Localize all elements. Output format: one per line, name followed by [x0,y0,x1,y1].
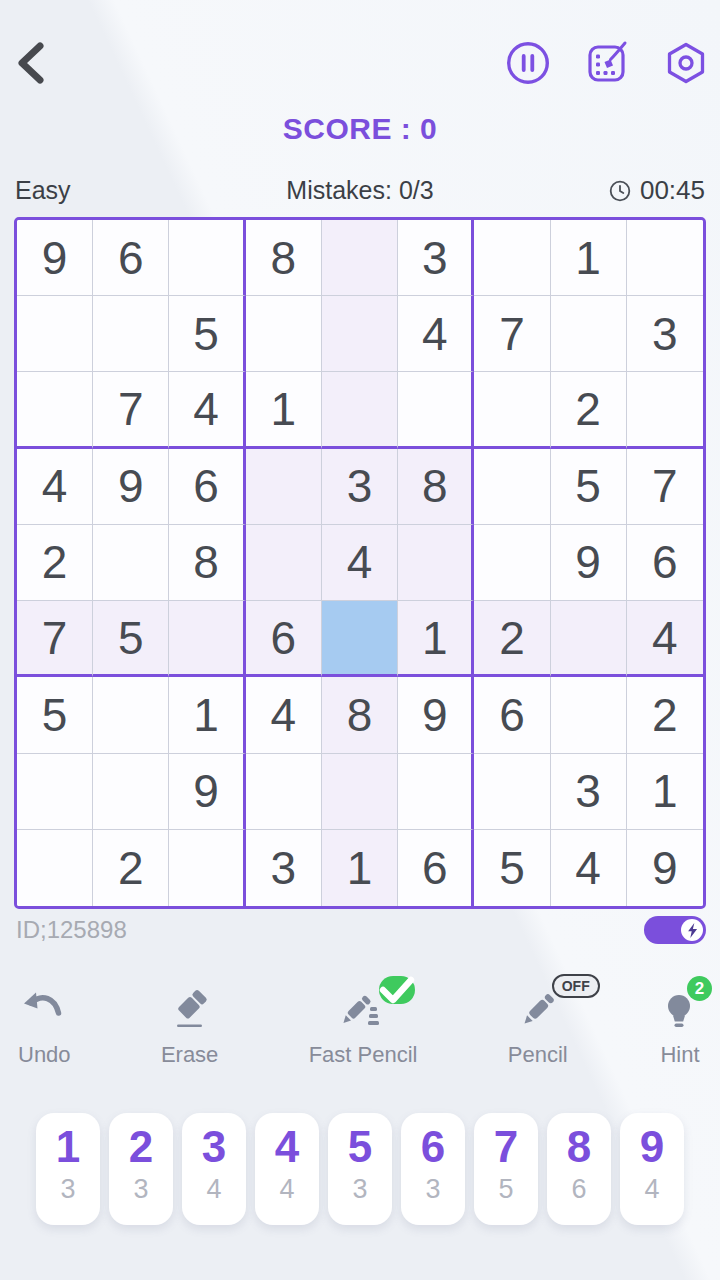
settings-button[interactable] [663,40,709,86]
clock-icon [608,179,632,203]
key-count: 4 [279,1176,294,1203]
cell-r2c4[interactable] [246,296,322,372]
cell-r3c1[interactable] [17,372,93,448]
pause-icon [505,40,551,86]
toolbar: Undo Erase [0,988,720,1068]
cell-r6c4[interactable]: 6 [246,601,322,677]
cell-r4c7[interactable] [474,449,550,525]
hint-label: Hint [660,1042,699,1068]
undo-icon [22,988,66,1032]
cell-r3c9[interactable] [627,372,703,448]
cell-r3c5[interactable] [322,372,398,448]
cell-r8c6[interactable] [398,754,474,830]
cell-r4c4[interactable] [246,449,322,525]
hint-button[interactable]: 2 Hint [658,988,702,1068]
key-digit: 7 [494,1123,518,1171]
key-digit: 6 [421,1123,445,1171]
key-count: 3 [133,1176,148,1203]
undo-label: Undo [18,1042,71,1068]
cell-r4c2[interactable]: 9 [93,449,169,525]
key-count: 6 [571,1176,586,1203]
back-button[interactable] [14,42,48,84]
cell-r9c7[interactable]: 5 [474,830,550,906]
cell-r5c4[interactable] [246,525,322,601]
cell-r7c5[interactable]: 8 [322,677,398,753]
key-digit: 5 [348,1123,372,1171]
cell-r8c2[interactable] [93,754,169,830]
cell-r2c9[interactable]: 3 [627,296,703,372]
theme-brush-icon [584,40,630,86]
cell-r3c6[interactable] [398,372,474,448]
cell-r1c9[interactable] [627,220,703,296]
key-digit: 3 [202,1123,226,1171]
cell-r2c1[interactable] [17,296,93,372]
cell-r3c7[interactable] [474,372,550,448]
cell-r5c3[interactable]: 8 [169,525,245,601]
cell-r6c7[interactable]: 2 [474,601,550,677]
hint-bulb-icon: 2 [658,988,702,1032]
cell-r9c6[interactable]: 6 [398,830,474,906]
numpad-key-5[interactable]: 5 3 [328,1113,392,1225]
sudoku-app-screen: SCORE : 0 Easy Mistakes: 0/3 00:45 96831… [0,0,720,1280]
mistakes-label: Mistakes: 0/3 [195,176,525,205]
cell-r8c5[interactable] [322,754,398,830]
cell-r6c5[interactable] [322,601,398,677]
cell-r6c2[interactable]: 5 [93,601,169,677]
cell-r2c2[interactable] [93,296,169,372]
cell-r5c5[interactable]: 4 [322,525,398,601]
difficulty-label: Easy [15,176,195,205]
key-count: 5 [498,1176,513,1203]
hint-count-badge: 2 [687,976,712,1001]
numpad-key-3[interactable]: 3 4 [182,1113,246,1225]
fast-pencil-button[interactable]: Fast Pencil [309,988,418,1068]
undo-button[interactable]: Undo [18,988,71,1068]
fast-pencil-on-badge [379,976,415,1004]
numpad-key-8[interactable]: 8 6 [547,1113,611,1225]
cell-r3c4[interactable]: 1 [246,372,322,448]
cell-r9c1[interactable] [17,830,93,906]
key-count: 3 [425,1176,440,1203]
cell-r3c3[interactable]: 4 [169,372,245,448]
cell-r5c9[interactable]: 6 [627,525,703,601]
numpad-key-1[interactable]: 1 3 [36,1113,100,1225]
fast-pencil-icon [341,988,385,1032]
lightning-bolt-icon [686,923,699,938]
cell-r6c1[interactable]: 7 [17,601,93,677]
cell-r7c8[interactable] [551,677,627,753]
cell-r1c7[interactable] [474,220,550,296]
key-count: 4 [644,1176,659,1203]
cell-r9c5[interactable]: 1 [322,830,398,906]
numpad-key-6[interactable]: 6 3 [401,1113,465,1225]
cell-r8c3[interactable]: 9 [169,754,245,830]
cell-r4c1[interactable]: 4 [17,449,93,525]
fast-pencil-label: Fast Pencil [309,1042,418,1068]
cell-r1c4[interactable]: 8 [246,220,322,296]
cell-r9c2[interactable]: 2 [93,830,169,906]
timer-value: 00:45 [640,175,705,206]
cell-r6c8[interactable] [551,601,627,677]
pause-button[interactable] [505,40,551,86]
cell-r8c7[interactable] [474,754,550,830]
cell-r8c4[interactable] [246,754,322,830]
meta-row: ID;125898 [16,916,706,944]
key-digit: 9 [640,1123,664,1171]
cell-r9c9[interactable]: 9 [627,830,703,906]
theme-button[interactable] [584,40,630,86]
fast-mode-toggle[interactable] [644,916,706,944]
cell-r6c6[interactable]: 1 [398,601,474,677]
erase-button[interactable]: Erase [161,988,218,1068]
cell-r5c7[interactable] [474,525,550,601]
eraser-icon [168,988,212,1032]
pencil-label: Pencil [508,1042,568,1068]
key-count: 4 [206,1176,221,1203]
key-count: 3 [352,1176,367,1203]
check-icon [379,968,415,1012]
cell-r9c3[interactable] [169,830,245,906]
cell-r9c8[interactable]: 4 [551,830,627,906]
pencil-button[interactable]: OFF Pencil [508,988,568,1068]
cell-r2c6[interactable]: 4 [398,296,474,372]
cell-r4c3[interactable]: 6 [169,449,245,525]
cell-r2c3[interactable]: 5 [169,296,245,372]
cell-r1c1[interactable]: 9 [17,220,93,296]
cell-r6c9[interactable]: 4 [627,601,703,677]
cell-r4c6[interactable]: 8 [398,449,474,525]
pencil-icon: OFF [516,988,560,1032]
key-digit: 1 [56,1123,80,1171]
cell-r2c8[interactable] [551,296,627,372]
cell-r5c1[interactable]: 2 [17,525,93,601]
info-row: Easy Mistakes: 0/3 00:45 [0,175,720,206]
cell-r7c1[interactable]: 5 [17,677,93,753]
pencil-off-badge: OFF [552,974,600,998]
settings-nut-icon [663,40,709,86]
cell-r3c8[interactable]: 2 [551,372,627,448]
cell-r5c2[interactable] [93,525,169,601]
erase-label: Erase [161,1042,218,1068]
cell-r4c9[interactable]: 7 [627,449,703,525]
cell-r8c1[interactable] [17,754,93,830]
key-digit: 2 [129,1123,153,1171]
cell-r5c8[interactable]: 9 [551,525,627,601]
numpad-key-7[interactable]: 7 5 [474,1113,538,1225]
cell-r5c6[interactable] [398,525,474,601]
key-digit: 8 [567,1123,591,1171]
cell-r4c5[interactable]: 3 [322,449,398,525]
toggle-knob [681,919,703,941]
cell-r7c6[interactable]: 9 [398,677,474,753]
sudoku-board: 9683154737412496385728496756124514896293… [14,217,706,909]
cell-r1c2[interactable]: 6 [93,220,169,296]
back-chevron-icon [14,42,48,84]
cell-r7c7[interactable]: 6 [474,677,550,753]
key-count: 3 [60,1176,75,1203]
puzzle-id-label: ID;125898 [16,916,127,944]
cell-r1c6[interactable]: 3 [398,220,474,296]
cell-r6c3[interactable] [169,601,245,677]
cell-r7c4[interactable]: 4 [246,677,322,753]
cell-r7c9[interactable]: 2 [627,677,703,753]
cell-r1c8[interactable]: 1 [551,220,627,296]
top-right-icons [505,40,709,86]
numpad-key-4[interactable]: 4 4 [255,1113,319,1225]
cell-r8c8[interactable]: 3 [551,754,627,830]
cell-r2c7[interactable]: 7 [474,296,550,372]
cell-r4c8[interactable]: 5 [551,449,627,525]
score-text: SCORE : 0 [0,112,720,146]
cell-r1c5[interactable] [322,220,398,296]
cell-r7c2[interactable] [93,677,169,753]
key-digit: 4 [275,1123,299,1171]
cell-r7c3[interactable]: 1 [169,677,245,753]
number-pad: 1 3 2 3 3 4 4 4 5 3 6 3 7 5 8 6 [0,1113,720,1225]
cell-r8c9[interactable]: 1 [627,754,703,830]
cell-r2c5[interactable] [322,296,398,372]
cell-r3c2[interactable]: 7 [93,372,169,448]
numpad-key-2[interactable]: 2 3 [109,1113,173,1225]
numpad-key-9[interactable]: 9 4 [620,1113,684,1225]
timer: 00:45 [525,175,705,206]
cell-r1c3[interactable] [169,220,245,296]
cell-r9c4[interactable]: 3 [246,830,322,906]
